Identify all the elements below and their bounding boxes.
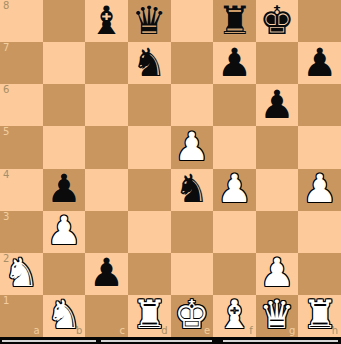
square-c8[interactable]: ♝ — [85, 0, 128, 42]
piece-black-pawn: ♟ — [302, 43, 337, 82]
square-g6[interactable]: ♟ — [256, 84, 299, 126]
square-b6[interactable] — [43, 84, 86, 126]
square-h3[interactable] — [298, 211, 341, 253]
square-a2[interactable]: 2♞ — [0, 253, 43, 295]
piece-black-bishop: ♝ — [89, 1, 124, 40]
piece-white-pawn: ♟ — [174, 127, 209, 166]
square-f8[interactable]: ♜ — [213, 0, 256, 42]
square-c1[interactable]: c — [85, 295, 128, 337]
chess-board: 8♝♛♜♚7♞♟♟6♟5♟4♟♞♟♟3♟2♞♟♟1ab♞cd♜e♚f♝g♛h♜ — [0, 0, 341, 337]
window-edge-highlight — [223, 340, 338, 342]
square-c6[interactable] — [85, 84, 128, 126]
square-g2[interactable]: ♟ — [256, 253, 299, 295]
square-e5[interactable]: ♟ — [171, 126, 214, 168]
piece-white-queen: ♛ — [260, 295, 295, 334]
square-e6[interactable] — [171, 84, 214, 126]
square-d4[interactable] — [128, 169, 171, 211]
square-d1[interactable]: d♜ — [128, 295, 171, 337]
square-a7[interactable]: 7 — [0, 42, 43, 84]
square-g7[interactable] — [256, 42, 299, 84]
square-g4[interactable] — [256, 169, 299, 211]
square-f4[interactable]: ♟ — [213, 169, 256, 211]
square-a6[interactable]: 6 — [0, 84, 43, 126]
piece-black-knight: ♞ — [132, 43, 167, 82]
square-e2[interactable] — [171, 253, 214, 295]
square-d6[interactable] — [128, 84, 171, 126]
square-a4[interactable]: 4 — [0, 169, 43, 211]
square-e7[interactable] — [171, 42, 214, 84]
square-a5[interactable]: 5 — [0, 126, 43, 168]
window-edge-highlight — [101, 340, 212, 342]
square-d2[interactable] — [128, 253, 171, 295]
square-c5[interactable] — [85, 126, 128, 168]
piece-white-bishop: ♝ — [217, 295, 252, 334]
square-h8[interactable] — [298, 0, 341, 42]
square-h2[interactable] — [298, 253, 341, 295]
piece-black-rook: ♜ — [217, 1, 252, 40]
piece-white-king: ♚ — [174, 295, 209, 334]
rank-label-3: 3 — [3, 212, 9, 222]
rank-label-7: 7 — [3, 43, 9, 53]
square-d3[interactable] — [128, 211, 171, 253]
rank-label-1: 1 — [3, 296, 9, 306]
file-label-a: a — [33, 326, 39, 336]
piece-black-pawn: ♟ — [260, 85, 295, 124]
square-a3[interactable]: 3 — [0, 211, 43, 253]
square-c7[interactable] — [85, 42, 128, 84]
square-e3[interactable] — [171, 211, 214, 253]
square-h5[interactable] — [298, 126, 341, 168]
square-d5[interactable] — [128, 126, 171, 168]
piece-black-queen: ♛ — [132, 1, 167, 40]
square-c2[interactable]: ♟ — [85, 253, 128, 295]
piece-black-pawn: ♟ — [217, 43, 252, 82]
square-e8[interactable] — [171, 0, 214, 42]
square-f3[interactable] — [213, 211, 256, 253]
piece-white-rook: ♜ — [302, 295, 337, 334]
piece-black-pawn: ♟ — [46, 169, 81, 208]
piece-white-knight: ♞ — [4, 253, 39, 292]
square-a8[interactable]: 8 — [0, 0, 43, 42]
square-d7[interactable]: ♞ — [128, 42, 171, 84]
square-f7[interactable]: ♟ — [213, 42, 256, 84]
square-f2[interactable] — [213, 253, 256, 295]
square-b5[interactable] — [43, 126, 86, 168]
square-g3[interactable] — [256, 211, 299, 253]
square-g5[interactable] — [256, 126, 299, 168]
rank-label-6: 6 — [3, 85, 9, 95]
piece-black-pawn: ♟ — [89, 253, 124, 292]
piece-white-pawn: ♟ — [217, 169, 252, 208]
square-b7[interactable] — [43, 42, 86, 84]
square-f5[interactable] — [213, 126, 256, 168]
square-h4[interactable]: ♟ — [298, 169, 341, 211]
square-b3[interactable]: ♟ — [43, 211, 86, 253]
square-b4[interactable]: ♟ — [43, 169, 86, 211]
window-edge-highlight — [2, 340, 96, 342]
square-e4[interactable]: ♞ — [171, 169, 214, 211]
square-b2[interactable] — [43, 253, 86, 295]
rank-label-5: 5 — [3, 127, 9, 137]
piece-white-pawn: ♟ — [302, 169, 337, 208]
square-a1[interactable]: 1a — [0, 295, 43, 337]
square-c4[interactable] — [85, 169, 128, 211]
chess-app-screenshot: 8♝♛♜♚7♞♟♟6♟5♟4♟♞♟♟3♟2♞♟♟1ab♞cd♜e♚f♝g♛h♜ — [0, 0, 341, 344]
square-b8[interactable] — [43, 0, 86, 42]
piece-white-knight: ♞ — [46, 295, 81, 334]
piece-white-pawn: ♟ — [46, 211, 81, 250]
square-b1[interactable]: b♞ — [43, 295, 86, 337]
piece-black-king: ♚ — [260, 1, 295, 40]
piece-black-knight: ♞ — [174, 169, 209, 208]
piece-white-rook: ♜ — [132, 295, 167, 334]
square-h1[interactable]: h♜ — [298, 295, 341, 337]
square-f6[interactable] — [213, 84, 256, 126]
rank-label-8: 8 — [3, 1, 9, 11]
square-h7[interactable]: ♟ — [298, 42, 341, 84]
file-label-c: c — [119, 326, 125, 336]
square-h6[interactable] — [298, 84, 341, 126]
square-c3[interactable] — [85, 211, 128, 253]
piece-white-pawn: ♟ — [260, 253, 295, 292]
square-g8[interactable]: ♚ — [256, 0, 299, 42]
square-g1[interactable]: g♛ — [256, 295, 299, 337]
rank-label-4: 4 — [3, 170, 9, 180]
square-d8[interactable]: ♛ — [128, 0, 171, 42]
square-e1[interactable]: e♚ — [171, 295, 214, 337]
window-edge-artifact-bottom — [0, 337, 341, 344]
square-f1[interactable]: f♝ — [213, 295, 256, 337]
